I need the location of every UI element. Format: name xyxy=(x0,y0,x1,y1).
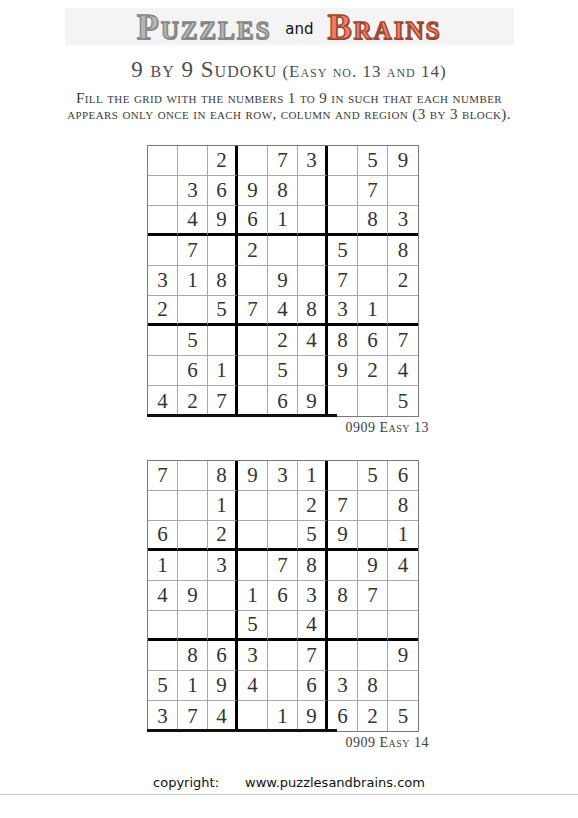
g1-cell-r1c6: 3 xyxy=(298,146,328,176)
g1-cell-r2c2: 3 xyxy=(178,176,208,206)
g2-cell-r8c9[interactable] xyxy=(388,671,418,701)
g1-cell-r4c9: 8 xyxy=(388,236,418,266)
g2-cell-r1c4: 9 xyxy=(238,461,268,491)
g1-cell-r9c5: 6 xyxy=(268,386,298,416)
g1-cell-r8c9: 4 xyxy=(388,356,418,386)
g2-cell-r3c4[interactable] xyxy=(238,521,268,551)
g1-cell-r3c3: 9 xyxy=(208,206,238,236)
bottom-rule xyxy=(0,794,578,795)
g2-cell-r5c5: 6 xyxy=(268,581,298,611)
g1-cell-r5c3: 8 xyxy=(208,266,238,296)
sudoku-grid-2: 7893156127862591137894491638754863795194… xyxy=(147,460,419,732)
g1-cell-r4c8[interactable] xyxy=(358,236,388,266)
g2-cell-r2c7: 7 xyxy=(328,491,358,521)
g1-cell-r1c2[interactable] xyxy=(178,146,208,176)
g1-cell-r5c7: 7 xyxy=(328,266,358,296)
g2-cell-r8c6: 6 xyxy=(298,671,328,701)
g2-cell-r4c6: 8 xyxy=(298,551,328,581)
g2-cell-r2c3: 1 xyxy=(208,491,238,521)
g1-cell-r9c1: 4 xyxy=(148,386,178,416)
g1-cell-r9c6: 9 xyxy=(298,386,328,416)
g1-cell-r9c8[interactable] xyxy=(358,386,388,416)
g2-cell-r9c1: 3 xyxy=(148,701,178,731)
g2-cell-r4c4[interactable] xyxy=(238,551,268,581)
g1-cell-r2c7[interactable] xyxy=(328,176,358,206)
g2-cell-r8c8: 8 xyxy=(358,671,388,701)
g2-cell-r7c8[interactable] xyxy=(358,641,388,671)
g2-cell-r1c2[interactable] xyxy=(178,461,208,491)
g2-cell-r9c2: 7 xyxy=(178,701,208,731)
g1-cell-r2c6[interactable] xyxy=(298,176,328,206)
g1-cell-r5c2: 1 xyxy=(178,266,208,296)
g2-cell-r5c6: 3 xyxy=(298,581,328,611)
g1-cell-r9c7[interactable] xyxy=(328,386,358,416)
puzzle-block-1: 2735936987496183725831897225748315248676… xyxy=(147,145,431,436)
g1-cell-r2c4: 9 xyxy=(238,176,268,206)
g1-cell-r5c5: 9 xyxy=(268,266,298,296)
g2-cell-r7c3: 6 xyxy=(208,641,238,671)
g2-cell-r6c5[interactable] xyxy=(268,611,298,641)
g1-cell-r3c6[interactable] xyxy=(298,206,328,236)
g2-cell-r5c8: 7 xyxy=(358,581,388,611)
g1-cell-r6c4: 7 xyxy=(238,296,268,326)
g1-cell-r8c8: 2 xyxy=(358,356,388,386)
g1-cell-r6c3: 5 xyxy=(208,296,238,326)
g1-cell-r7c6: 4 xyxy=(298,326,328,356)
g2-cell-r3c6: 5 xyxy=(298,521,328,551)
g2-cell-r4c2[interactable] xyxy=(178,551,208,581)
g1-cell-r6c5: 4 xyxy=(268,296,298,326)
g1-cell-r3c9: 3 xyxy=(388,206,418,236)
g1-cell-r5c9: 2 xyxy=(388,266,418,296)
g1-cell-r6c1: 2 xyxy=(148,296,178,326)
g1-cell-r7c2: 5 xyxy=(178,326,208,356)
g1-cell-r2c8: 7 xyxy=(358,176,388,206)
g1-cell-r5c6[interactable] xyxy=(298,266,328,296)
g2-cell-r6c8[interactable] xyxy=(358,611,388,641)
g1-cell-r8c3: 1 xyxy=(208,356,238,386)
g2-cell-r2c6: 2 xyxy=(298,491,328,521)
g1-cell-r5c8[interactable] xyxy=(358,266,388,296)
g1-cell-r2c9[interactable] xyxy=(388,176,418,206)
g1-cell-r3c2: 4 xyxy=(178,206,208,236)
g2-cell-r7c7[interactable] xyxy=(328,641,358,671)
website-url: www.puzzlesandbrains.com xyxy=(245,775,425,790)
g2-cell-r2c5[interactable] xyxy=(268,491,298,521)
g1-cell-r8c2: 6 xyxy=(178,356,208,386)
g2-cell-r3c2[interactable] xyxy=(178,521,208,551)
g2-cell-r8c7: 3 xyxy=(328,671,358,701)
g2-cell-r6c6: 4 xyxy=(298,611,328,641)
g2-cell-r4c8: 9 xyxy=(358,551,388,581)
page-title-main: 9 by 9 Sudoku xyxy=(131,57,277,82)
g2-cell-r3c5[interactable] xyxy=(268,521,298,551)
g2-cell-r2c1[interactable] xyxy=(148,491,178,521)
header-logo-bar: Puzzles and Brains xyxy=(65,8,514,45)
g2-cell-r7c4: 3 xyxy=(238,641,268,671)
g2-cell-r6c3[interactable] xyxy=(208,611,238,641)
g1-cell-r2c5: 8 xyxy=(268,176,298,206)
g2-cell-r4c3: 3 xyxy=(208,551,238,581)
g2-cell-r6c4: 5 xyxy=(238,611,268,641)
g2-cell-r5c3[interactable] xyxy=(208,581,238,611)
g2-cell-r8c3: 9 xyxy=(208,671,238,701)
g2-cell-r9c8: 2 xyxy=(358,701,388,731)
g1-cell-r9c9: 5 xyxy=(388,386,418,416)
instructions-line-1: Fill the grid with the numbers 1 to 9 in… xyxy=(0,90,578,106)
g2-cell-r5c2: 9 xyxy=(178,581,208,611)
g1-cell-r9c4[interactable] xyxy=(238,386,268,416)
g2-cell-r8c2: 1 xyxy=(178,671,208,701)
g2-cell-r9c5: 1 xyxy=(268,701,298,731)
g2-cell-r8c1: 5 xyxy=(148,671,178,701)
g1-cell-r8c5: 5 xyxy=(268,356,298,386)
g1-cell-r1c8: 5 xyxy=(358,146,388,176)
g1-cell-r3c7[interactable] xyxy=(328,206,358,236)
g2-cell-r2c9: 8 xyxy=(388,491,418,521)
g1-cell-r8c7: 9 xyxy=(328,356,358,386)
g2-cell-r9c7: 6 xyxy=(328,701,358,731)
g1-cell-r5c4[interactable] xyxy=(238,266,268,296)
logo-and: and xyxy=(285,16,313,38)
g2-cell-r1c3: 8 xyxy=(208,461,238,491)
g1-cell-r4c6[interactable] xyxy=(298,236,328,266)
g1-cell-r7c9: 7 xyxy=(388,326,418,356)
g1-cell-r8c1[interactable] xyxy=(148,356,178,386)
g2-cell-r1c6: 1 xyxy=(298,461,328,491)
g1-cell-r4c1[interactable] xyxy=(148,236,178,266)
g2-cell-r6c1[interactable] xyxy=(148,611,178,641)
g1-cell-r4c4: 2 xyxy=(238,236,268,266)
g2-cell-r3c9: 1 xyxy=(388,521,418,551)
instructions-line-2: appears only once in each row, column an… xyxy=(0,106,578,122)
g2-cell-r4c1: 1 xyxy=(148,551,178,581)
logo-brains: Brains xyxy=(328,9,442,45)
g1-cell-r2c1[interactable] xyxy=(148,176,178,206)
g2-cell-r3c1: 6 xyxy=(148,521,178,551)
g1-cell-r3c1[interactable] xyxy=(148,206,178,236)
g2-cell-r9c3: 4 xyxy=(208,701,238,731)
g1-cell-r6c2[interactable] xyxy=(178,296,208,326)
logo-puzzles: Puzzles xyxy=(137,9,272,45)
g2-cell-r9c4[interactable] xyxy=(238,701,268,731)
g2-cell-r5c4: 1 xyxy=(238,581,268,611)
g1-cell-r1c3: 2 xyxy=(208,146,238,176)
g1-cell-r4c5[interactable] xyxy=(268,236,298,266)
g1-cell-r6c8: 1 xyxy=(358,296,388,326)
g2-cell-r4c5: 7 xyxy=(268,551,298,581)
g2-cell-r4c9: 4 xyxy=(388,551,418,581)
page-title: 9 by 9 Sudoku (Easy no. 13 and 14) xyxy=(0,57,578,83)
instructions: Fill the grid with the numbers 1 to 9 in… xyxy=(0,90,578,122)
g1-cell-r1c7[interactable] xyxy=(328,146,358,176)
g2-cell-r7c2: 8 xyxy=(178,641,208,671)
g2-cell-r6c2[interactable] xyxy=(178,611,208,641)
g1-cell-r2c3: 6 xyxy=(208,176,238,206)
g1-cell-r4c2: 7 xyxy=(178,236,208,266)
copyright-label: copyright: xyxy=(153,775,219,790)
g2-cell-r7c5[interactable] xyxy=(268,641,298,671)
page-title-sub: (Easy no. 13 and 14) xyxy=(282,62,446,81)
g1-cell-r7c4[interactable] xyxy=(238,326,268,356)
g1-cell-r3c5: 1 xyxy=(268,206,298,236)
g1-cell-r1c1[interactable] xyxy=(148,146,178,176)
g1-cell-r9c2: 2 xyxy=(178,386,208,416)
g1-cell-r1c9: 9 xyxy=(388,146,418,176)
g1-cell-r1c5: 7 xyxy=(268,146,298,176)
g1-cell-r8c4[interactable] xyxy=(238,356,268,386)
g2-cell-r8c4: 4 xyxy=(238,671,268,701)
grid-label-2: 0909 Easy 14 xyxy=(147,735,431,751)
g2-cell-r9c9: 5 xyxy=(388,701,418,731)
g2-cell-r7c1[interactable] xyxy=(148,641,178,671)
g2-cell-r7c6: 7 xyxy=(298,641,328,671)
g2-cell-r9c6: 9 xyxy=(298,701,328,731)
g2-cell-r3c7: 9 xyxy=(328,521,358,551)
g1-cell-r3c4: 6 xyxy=(238,206,268,236)
g2-cell-r3c8[interactable] xyxy=(358,521,388,551)
g1-cell-r9c3: 7 xyxy=(208,386,238,416)
g1-cell-r5c1: 3 xyxy=(148,266,178,296)
puzzle-block-2: 7893156127862591137894491638754863795194… xyxy=(147,460,431,751)
g1-cell-r7c1[interactable] xyxy=(148,326,178,356)
g1-cell-r6c6: 8 xyxy=(298,296,328,326)
g2-cell-r6c7[interactable] xyxy=(328,611,358,641)
g2-cell-r1c7[interactable] xyxy=(328,461,358,491)
g2-cell-r5c7: 8 xyxy=(328,581,358,611)
g2-cell-r2c4[interactable] xyxy=(238,491,268,521)
g2-cell-r2c2[interactable] xyxy=(178,491,208,521)
sudoku-grid-1: 2735936987496183725831897225748315248676… xyxy=(147,145,419,417)
g2-cell-r1c5: 3 xyxy=(268,461,298,491)
g1-cell-r6c9[interactable] xyxy=(388,296,418,326)
grid-label-1: 0909 Easy 13 xyxy=(147,420,431,436)
g2-cell-r1c9: 6 xyxy=(388,461,418,491)
g2-cell-r5c1: 4 xyxy=(148,581,178,611)
g2-cell-r1c8: 5 xyxy=(358,461,388,491)
g2-cell-r4c7[interactable] xyxy=(328,551,358,581)
g1-cell-r8c6[interactable] xyxy=(298,356,328,386)
footer: copyright: www.puzzlesandbrains.com xyxy=(0,775,578,790)
g1-cell-r1c4[interactable] xyxy=(238,146,268,176)
g1-cell-r4c3[interactable] xyxy=(208,236,238,266)
g2-cell-r5c9[interactable] xyxy=(388,581,418,611)
g2-cell-r7c9: 9 xyxy=(388,641,418,671)
g1-cell-r7c8: 6 xyxy=(358,326,388,356)
g1-cell-r7c5: 2 xyxy=(268,326,298,356)
g1-cell-r4c7: 5 xyxy=(328,236,358,266)
g1-cell-r7c3[interactable] xyxy=(208,326,238,356)
g2-cell-r1c1: 7 xyxy=(148,461,178,491)
g1-cell-r6c7: 3 xyxy=(328,296,358,326)
g2-cell-r3c3: 2 xyxy=(208,521,238,551)
g1-cell-r3c8: 8 xyxy=(358,206,388,236)
g2-cell-r2c8[interactable] xyxy=(358,491,388,521)
g2-cell-r6c9[interactable] xyxy=(388,611,418,641)
g1-cell-r7c7: 8 xyxy=(328,326,358,356)
g2-cell-r8c5[interactable] xyxy=(268,671,298,701)
